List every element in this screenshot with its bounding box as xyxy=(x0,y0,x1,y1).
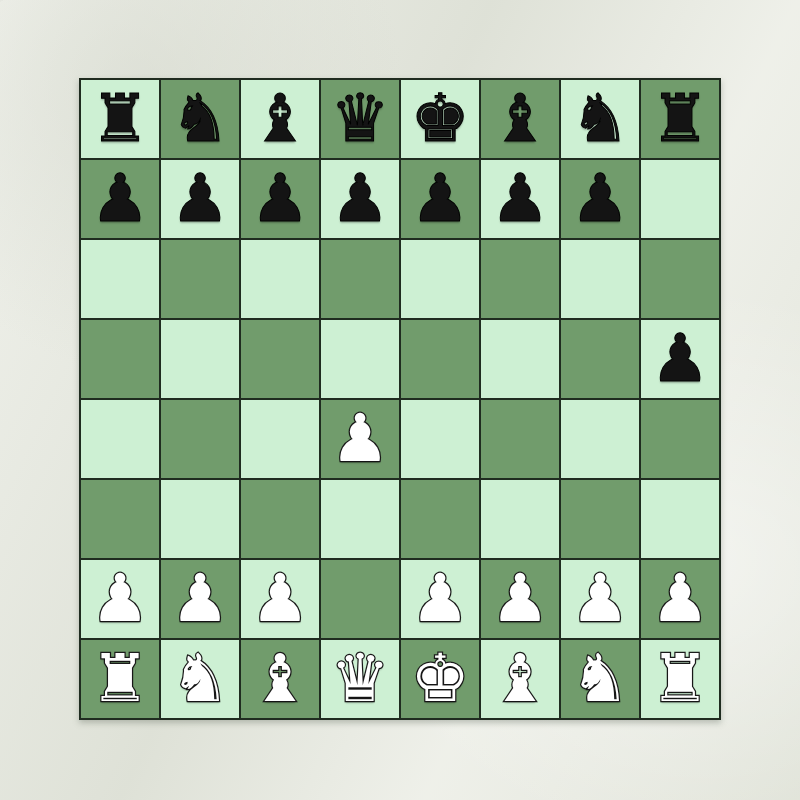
square-a4[interactable] xyxy=(81,400,159,478)
square-e3[interactable] xyxy=(401,480,479,558)
square-e8[interactable]: ♚ xyxy=(401,80,479,158)
square-c2[interactable]: ♟ xyxy=(241,560,319,638)
black-rook[interactable]: ♜ xyxy=(650,80,709,158)
black-pawn[interactable]: ♟ xyxy=(570,160,629,238)
square-f8[interactable]: ♝ xyxy=(481,80,559,158)
square-f5[interactable] xyxy=(481,320,559,398)
square-d3[interactable] xyxy=(321,480,399,558)
square-c4[interactable] xyxy=(241,400,319,478)
white-pawn[interactable]: ♟ xyxy=(330,400,389,478)
black-queen[interactable]: ♛ xyxy=(330,80,389,158)
square-c8[interactable]: ♝ xyxy=(241,80,319,158)
square-g7[interactable]: ♟ xyxy=(561,160,639,238)
square-f7[interactable]: ♟ xyxy=(481,160,559,238)
square-g3[interactable] xyxy=(561,480,639,558)
square-g8[interactable]: ♞ xyxy=(561,80,639,158)
white-pawn[interactable]: ♟ xyxy=(90,560,149,638)
square-b4[interactable] xyxy=(161,400,239,478)
square-c7[interactable]: ♟ xyxy=(241,160,319,238)
white-knight[interactable]: ♞ xyxy=(170,640,229,718)
square-b8[interactable]: ♞ xyxy=(161,80,239,158)
black-knight[interactable]: ♞ xyxy=(570,80,629,158)
square-a5[interactable] xyxy=(81,320,159,398)
white-pawn[interactable]: ♟ xyxy=(170,560,229,638)
square-d4[interactable]: ♟ xyxy=(321,400,399,478)
square-e7[interactable]: ♟ xyxy=(401,160,479,238)
square-g5[interactable] xyxy=(561,320,639,398)
square-c6[interactable] xyxy=(241,240,319,318)
square-h6[interactable] xyxy=(641,240,719,318)
square-d6[interactable] xyxy=(321,240,399,318)
white-bishop[interactable]: ♝ xyxy=(250,640,309,718)
square-h4[interactable] xyxy=(641,400,719,478)
square-d1[interactable]: ♛ xyxy=(321,640,399,718)
square-e1[interactable]: ♚ xyxy=(401,640,479,718)
black-pawn[interactable]: ♟ xyxy=(410,160,469,238)
white-queen[interactable]: ♛ xyxy=(330,640,389,718)
square-b6[interactable] xyxy=(161,240,239,318)
square-e4[interactable] xyxy=(401,400,479,478)
black-knight[interactable]: ♞ xyxy=(170,80,229,158)
square-h5[interactable]: ♟ xyxy=(641,320,719,398)
square-g2[interactable]: ♟ xyxy=(561,560,639,638)
square-b5[interactable] xyxy=(161,320,239,398)
square-f6[interactable] xyxy=(481,240,559,318)
white-bishop[interactable]: ♝ xyxy=(490,640,549,718)
square-h3[interactable] xyxy=(641,480,719,558)
chess-board: ♜♞♝♛♚♝♞♜♟♟♟♟♟♟♟♟♟♟♟♟♟♟♟♟♜♞♝♛♚♝♞♜ xyxy=(79,78,721,720)
square-c5[interactable] xyxy=(241,320,319,398)
square-a2[interactable]: ♟ xyxy=(81,560,159,638)
square-d8[interactable]: ♛ xyxy=(321,80,399,158)
square-b7[interactable]: ♟ xyxy=(161,160,239,238)
square-h7[interactable] xyxy=(641,160,719,238)
square-e5[interactable] xyxy=(401,320,479,398)
square-f1[interactable]: ♝ xyxy=(481,640,559,718)
white-rook[interactable]: ♜ xyxy=(650,640,709,718)
square-a1[interactable]: ♜ xyxy=(81,640,159,718)
white-pawn[interactable]: ♟ xyxy=(410,560,469,638)
square-a7[interactable]: ♟ xyxy=(81,160,159,238)
square-b1[interactable]: ♞ xyxy=(161,640,239,718)
black-pawn[interactable]: ♟ xyxy=(650,320,709,398)
square-h8[interactable]: ♜ xyxy=(641,80,719,158)
square-h2[interactable]: ♟ xyxy=(641,560,719,638)
white-pawn[interactable]: ♟ xyxy=(490,560,549,638)
square-b3[interactable] xyxy=(161,480,239,558)
square-g4[interactable] xyxy=(561,400,639,478)
white-king[interactable]: ♚ xyxy=(410,640,469,718)
square-d5[interactable] xyxy=(321,320,399,398)
square-f2[interactable]: ♟ xyxy=(481,560,559,638)
square-c1[interactable]: ♝ xyxy=(241,640,319,718)
square-g6[interactable] xyxy=(561,240,639,318)
square-d7[interactable]: ♟ xyxy=(321,160,399,238)
square-c3[interactable] xyxy=(241,480,319,558)
white-pawn[interactable]: ♟ xyxy=(250,560,309,638)
white-knight[interactable]: ♞ xyxy=(570,640,629,718)
black-bishop[interactable]: ♝ xyxy=(490,80,549,158)
black-pawn[interactable]: ♟ xyxy=(330,160,389,238)
square-f3[interactable] xyxy=(481,480,559,558)
black-king[interactable]: ♚ xyxy=(410,80,469,158)
square-f4[interactable] xyxy=(481,400,559,478)
square-g1[interactable]: ♞ xyxy=(561,640,639,718)
square-e6[interactable] xyxy=(401,240,479,318)
black-rook[interactable]: ♜ xyxy=(90,80,149,158)
black-pawn[interactable]: ♟ xyxy=(170,160,229,238)
square-a3[interactable] xyxy=(81,480,159,558)
square-a8[interactable]: ♜ xyxy=(81,80,159,158)
white-rook[interactable]: ♜ xyxy=(90,640,149,718)
black-pawn[interactable]: ♟ xyxy=(250,160,309,238)
square-h1[interactable]: ♜ xyxy=(641,640,719,718)
black-pawn[interactable]: ♟ xyxy=(90,160,149,238)
black-bishop[interactable]: ♝ xyxy=(250,80,309,158)
square-b2[interactable]: ♟ xyxy=(161,560,239,638)
square-d2[interactable] xyxy=(321,560,399,638)
square-a6[interactable] xyxy=(81,240,159,318)
white-pawn[interactable]: ♟ xyxy=(570,560,629,638)
square-e2[interactable]: ♟ xyxy=(401,560,479,638)
black-pawn[interactable]: ♟ xyxy=(490,160,549,238)
white-pawn[interactable]: ♟ xyxy=(650,560,709,638)
